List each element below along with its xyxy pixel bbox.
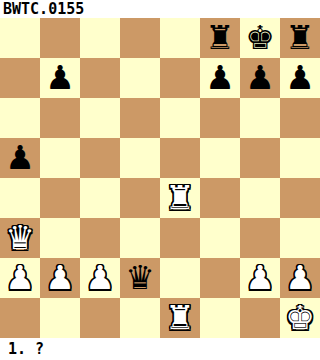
piece-black-rook: ♜ [285, 18, 315, 58]
chess-board: ♜♚♜♟♟♟♟♟♜♛♟♟♟♛♟♟♜♚ [0, 18, 320, 338]
square-b1[interactable] [40, 298, 80, 338]
square-f1[interactable] [200, 298, 240, 338]
square-d7[interactable] [120, 58, 160, 98]
square-h2[interactable]: ♟ [280, 258, 320, 298]
square-g2[interactable]: ♟ [240, 258, 280, 298]
square-c5[interactable] [80, 138, 120, 178]
square-h3[interactable] [280, 218, 320, 258]
square-h8[interactable]: ♜ [280, 18, 320, 58]
puzzle-title: BWTC.0155 [0, 0, 320, 18]
square-f6[interactable] [200, 98, 240, 138]
square-d2[interactable]: ♛ [120, 258, 160, 298]
piece-white-pawn: ♟ [45, 258, 75, 298]
square-g6[interactable] [240, 98, 280, 138]
piece-black-pawn: ♟ [5, 138, 35, 178]
square-h1[interactable]: ♚ [280, 298, 320, 338]
square-g3[interactable] [240, 218, 280, 258]
square-f3[interactable] [200, 218, 240, 258]
piece-white-rook: ♜ [165, 178, 195, 218]
square-d6[interactable] [120, 98, 160, 138]
square-b5[interactable] [40, 138, 80, 178]
square-b3[interactable] [40, 218, 80, 258]
square-e2[interactable] [160, 258, 200, 298]
square-h4[interactable] [280, 178, 320, 218]
piece-black-pawn: ♟ [45, 58, 75, 98]
square-e6[interactable] [160, 98, 200, 138]
move-prompt: 1. ? [0, 338, 320, 360]
square-b6[interactable] [40, 98, 80, 138]
piece-white-queen: ♛ [5, 218, 35, 258]
square-b4[interactable] [40, 178, 80, 218]
square-a1[interactable] [0, 298, 40, 338]
square-c4[interactable] [80, 178, 120, 218]
square-f5[interactable] [200, 138, 240, 178]
square-e7[interactable] [160, 58, 200, 98]
square-a3[interactable]: ♛ [0, 218, 40, 258]
square-c3[interactable] [80, 218, 120, 258]
piece-white-pawn: ♟ [285, 258, 315, 298]
square-c6[interactable] [80, 98, 120, 138]
square-g1[interactable] [240, 298, 280, 338]
square-e3[interactable] [160, 218, 200, 258]
square-c2[interactable]: ♟ [80, 258, 120, 298]
square-c7[interactable] [80, 58, 120, 98]
square-a8[interactable] [0, 18, 40, 58]
square-a5[interactable]: ♟ [0, 138, 40, 178]
square-a6[interactable] [0, 98, 40, 138]
piece-black-pawn: ♟ [285, 58, 315, 98]
piece-white-pawn: ♟ [85, 258, 115, 298]
square-a4[interactable] [0, 178, 40, 218]
piece-white-pawn: ♟ [245, 258, 275, 298]
square-e1[interactable]: ♜ [160, 298, 200, 338]
square-d1[interactable] [120, 298, 160, 338]
square-h6[interactable] [280, 98, 320, 138]
square-c8[interactable] [80, 18, 120, 58]
square-f4[interactable] [200, 178, 240, 218]
piece-black-pawn: ♟ [245, 58, 275, 98]
square-g4[interactable] [240, 178, 280, 218]
square-g7[interactable]: ♟ [240, 58, 280, 98]
square-g8[interactable]: ♚ [240, 18, 280, 58]
square-f7[interactable]: ♟ [200, 58, 240, 98]
piece-white-rook: ♜ [165, 298, 195, 338]
square-e4[interactable]: ♜ [160, 178, 200, 218]
square-e8[interactable] [160, 18, 200, 58]
piece-black-rook: ♜ [205, 18, 235, 58]
square-g5[interactable] [240, 138, 280, 178]
piece-black-king: ♚ [245, 18, 275, 58]
square-h7[interactable]: ♟ [280, 58, 320, 98]
square-e5[interactable] [160, 138, 200, 178]
piece-black-pawn: ♟ [205, 58, 235, 98]
square-d8[interactable] [120, 18, 160, 58]
square-d3[interactable] [120, 218, 160, 258]
piece-white-pawn: ♟ [5, 258, 35, 298]
square-d5[interactable] [120, 138, 160, 178]
square-d4[interactable] [120, 178, 160, 218]
square-c1[interactable] [80, 298, 120, 338]
square-b8[interactable] [40, 18, 80, 58]
square-a2[interactable]: ♟ [0, 258, 40, 298]
square-h5[interactable] [280, 138, 320, 178]
square-b2[interactable]: ♟ [40, 258, 80, 298]
square-a7[interactable] [0, 58, 40, 98]
piece-black-queen: ♛ [125, 258, 155, 298]
square-f2[interactable] [200, 258, 240, 298]
piece-white-king: ♚ [285, 298, 315, 338]
square-b7[interactable]: ♟ [40, 58, 80, 98]
square-f8[interactable]: ♜ [200, 18, 240, 58]
